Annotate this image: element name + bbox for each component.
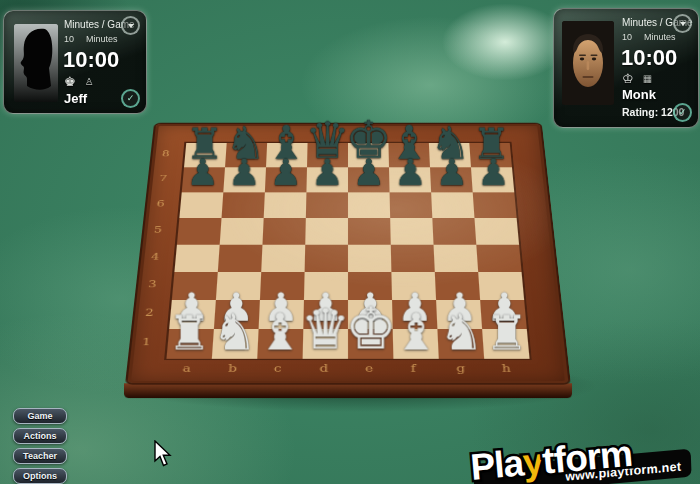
left-panel-collapse-button[interactable]	[121, 16, 140, 35]
rating-grid-icon: ▦	[643, 73, 652, 84]
white-rook-h1[interactable]: ♜	[484, 291, 529, 357]
chess-board[interactable]: 87654321abcdefgh ♜♞♝♛♚♝♞♜♟♟♟♟♟♟♟♟♟♟♟♟♟♟♟…	[127, 124, 568, 383]
time-control-minutes: 10Minutes	[622, 32, 676, 42]
left-player-clock: 10:00	[63, 47, 119, 73]
minutes-unit: Minutes	[86, 34, 118, 44]
white-rook-a1[interactable]: ♜	[167, 291, 212, 357]
mouse-cursor	[152, 440, 172, 472]
crown-icon: ♔	[622, 71, 634, 86]
arrow-cursor-icon	[152, 440, 172, 468]
black-pawn-c7[interactable]: ♟	[265, 131, 307, 191]
logo-part-3: tform	[541, 433, 634, 482]
left-player-icons: ♚ ♙	[64, 74, 94, 89]
white-king-e1[interactable]: ♚	[348, 291, 393, 357]
white-queen-d1[interactable]: ♛	[303, 291, 348, 357]
board-front-edge	[124, 383, 572, 398]
white-bishop-c1[interactable]: ♝	[257, 291, 302, 357]
chevron-down-icon	[128, 24, 134, 28]
silhouette-avatar-icon	[14, 24, 58, 102]
right-panel-ready-button[interactable]: ✓	[673, 103, 692, 122]
options-menu-button[interactable]: Options	[13, 468, 67, 484]
pawn-icon: ♙	[85, 76, 94, 87]
logo-part-1: Pla	[469, 442, 525, 484]
teacher-menu-button[interactable]: Teacher	[13, 448, 67, 464]
left-player-name: Jeff	[64, 91, 87, 106]
watermark-logo-text: Playtform	[469, 433, 634, 484]
minutes-value: 10	[64, 34, 74, 44]
check-icon: ✓	[127, 94, 135, 103]
monk-face-avatar-icon	[562, 21, 614, 105]
white-knight-g1[interactable]: ♞	[439, 291, 484, 357]
right-player-name: Monk	[622, 87, 656, 102]
black-pawn-e7[interactable]: ♟	[348, 131, 390, 191]
black-pawn-a7[interactable]: ♟	[182, 131, 224, 191]
minutes-value: 10	[622, 32, 632, 42]
right-panel-collapse-button[interactable]	[673, 14, 692, 33]
left-panel-ready-button[interactable]: ✓	[121, 89, 140, 108]
black-pawn-f7[interactable]: ♟	[390, 131, 432, 191]
right-player-panel: Minutes / Game 10Minutes 10:00 ♔ ▦ Monk …	[553, 8, 699, 128]
right-player-avatar[interactable]	[562, 21, 614, 105]
white-knight-b1[interactable]: ♞	[212, 291, 257, 357]
check-icon: ✓	[679, 108, 687, 117]
king-icon: ♚	[64, 74, 76, 89]
black-pawn-h7[interactable]: ♟	[473, 131, 515, 191]
white-bishop-f1[interactable]: ♝	[393, 291, 438, 357]
left-player-panel: Minutes / Game 10Minutes 10:00 ♚ ♙ Jeff …	[3, 10, 147, 114]
pieces-layer: ♜♞♝♛♚♝♞♜♟♟♟♟♟♟♟♟♟♟♟♟♟♟♟♟♜♞♝♛♚♝♞♜	[127, 124, 568, 383]
game-menu-button[interactable]: Game	[13, 408, 67, 424]
black-pawn-b7[interactable]: ♟	[223, 131, 265, 191]
actions-menu-button[interactable]: Actions	[13, 428, 67, 444]
right-player-clock: 10:00	[621, 45, 677, 71]
black-pawn-g7[interactable]: ♟	[431, 131, 473, 191]
chevron-down-icon	[680, 22, 686, 26]
right-player-icons: ♔ ▦	[622, 71, 652, 86]
chess-board-scene: 87654321abcdefgh ♜♞♝♛♚♝♞♜♟♟♟♟♟♟♟♟♟♟♟♟♟♟♟…	[156, 124, 540, 484]
black-pawn-d7[interactable]: ♟	[306, 131, 348, 191]
time-control-minutes: 10Minutes	[64, 34, 118, 44]
left-player-avatar[interactable]	[14, 24, 58, 102]
minutes-unit: Minutes	[644, 32, 676, 42]
